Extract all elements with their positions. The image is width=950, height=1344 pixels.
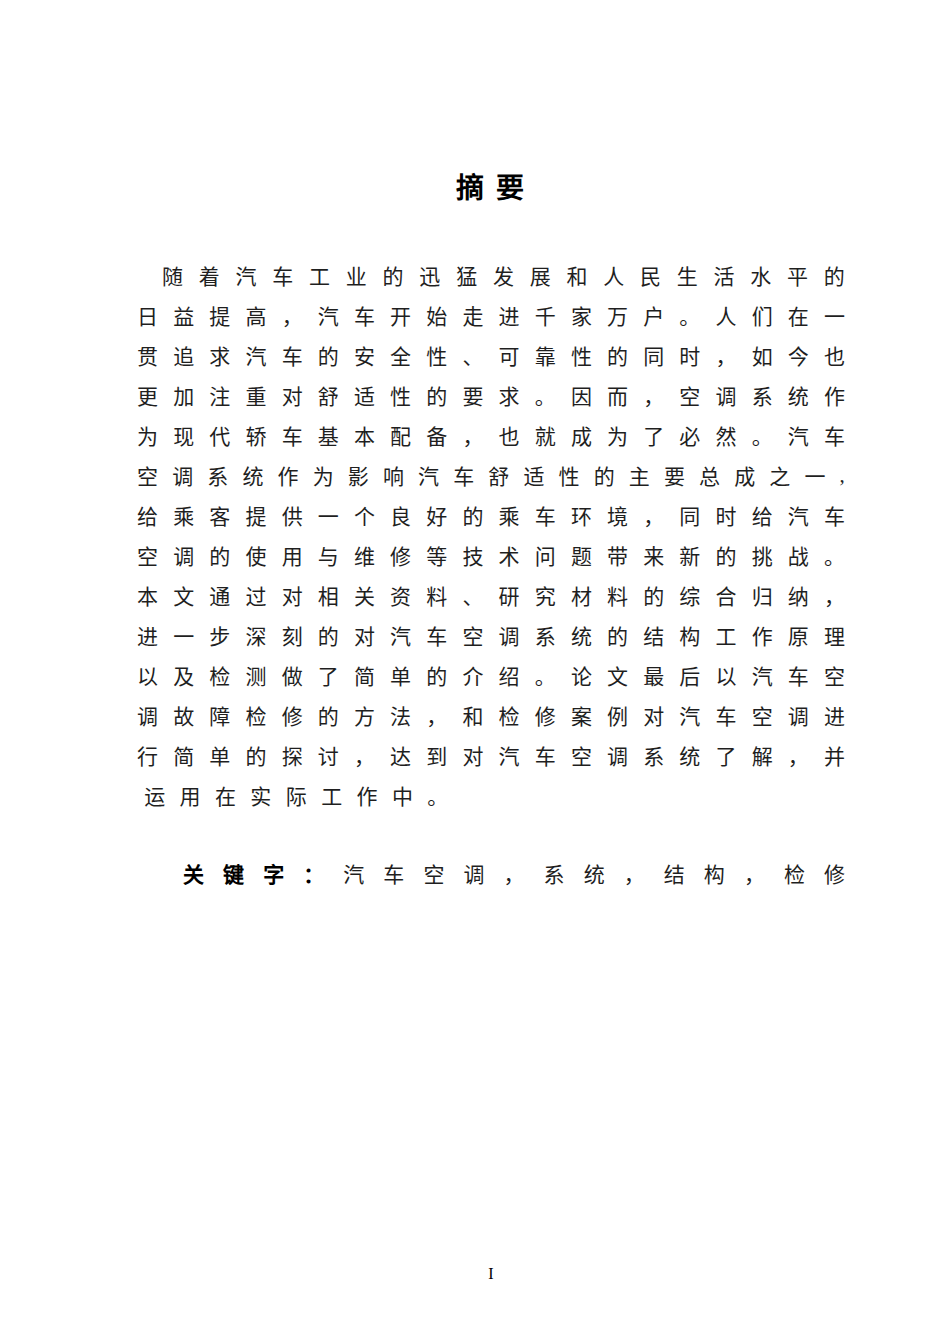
char: 步 (209, 620, 230, 650)
char: 车 (282, 340, 303, 370)
char: 和 (566, 260, 587, 290)
char: 修 (390, 540, 411, 570)
document-page: 摘 要 随着汽车工业的迅猛发展和人民生活水平的日益提高，汽车开始走进千家万户。人… (0, 0, 950, 1344)
char: 的 (318, 620, 339, 650)
char: 了 (318, 660, 339, 690)
char: ， (643, 500, 664, 530)
page-number: I (137, 1263, 845, 1285)
char: 系 (643, 740, 664, 770)
char: 用 (282, 540, 303, 570)
char: 的 (607, 620, 628, 650)
keywords-line: 关键字：汽车空调，系统，结构，检修 (137, 853, 845, 893)
char: 论 (571, 660, 592, 690)
char: 题 (571, 540, 592, 570)
char: 也 (499, 420, 520, 450)
char: 系 (207, 460, 228, 490)
char: 家 (571, 300, 592, 330)
char: 案 (571, 700, 592, 730)
char: 在 (788, 300, 809, 330)
char: 系 (544, 858, 565, 888)
char: 汽 (679, 700, 700, 730)
char: 舒 (488, 460, 509, 490)
char: 走 (462, 300, 483, 330)
char: 车 (453, 460, 474, 490)
char: 而 (607, 380, 628, 410)
char: 车 (535, 740, 556, 770)
char: 要 (664, 460, 685, 490)
char: 和 (462, 700, 483, 730)
char: 求 (209, 340, 230, 370)
abstract-line: 空调的使用与维修等技术问题带来新的挑战。 (137, 535, 845, 575)
char: 调 (137, 700, 158, 730)
char: 汽 (752, 660, 773, 690)
char: 材 (571, 580, 592, 610)
char: 进 (499, 300, 520, 330)
char: 的 (318, 340, 339, 370)
char: 好 (426, 500, 447, 530)
char: 料 (607, 580, 628, 610)
char: 靠 (535, 340, 556, 370)
char: 新 (679, 540, 700, 570)
char: 成 (571, 420, 592, 450)
char: 刻 (282, 620, 303, 650)
char: 的 (383, 260, 404, 290)
char: 、 (462, 340, 483, 370)
char: 检 (499, 700, 520, 730)
char: 究 (535, 580, 556, 610)
char: 文 (173, 580, 194, 610)
char: 调 (173, 540, 194, 570)
char: 可 (499, 340, 520, 370)
char: 全 (390, 340, 411, 370)
char: 性 (559, 460, 580, 490)
char: 在 (208, 780, 243, 810)
char: 为 (137, 420, 158, 450)
char: 统 (679, 740, 700, 770)
char: 更 (137, 380, 158, 410)
char: ， (824, 580, 845, 610)
char: 用 (172, 780, 207, 810)
char: 系 (535, 620, 556, 650)
char: 舒 (318, 380, 339, 410)
char: 键 (223, 858, 244, 888)
char: 境 (607, 500, 628, 530)
char: 中 (385, 780, 420, 810)
char: 代 (209, 420, 230, 450)
char: 就 (535, 420, 556, 450)
char: 检 (209, 660, 230, 690)
char: 调 (463, 858, 484, 888)
char: ， (282, 300, 303, 330)
char: 总 (699, 460, 720, 490)
char: 一 (173, 620, 194, 650)
char: 到 (426, 740, 447, 770)
char: 车 (272, 260, 293, 290)
char: 工 (314, 780, 349, 810)
page-title: 摘 要 (137, 172, 845, 206)
char: 展 (530, 260, 551, 290)
char: 作 (349, 780, 384, 810)
char: 来 (643, 540, 664, 570)
char: 。 (420, 780, 455, 810)
char: 贯 (137, 340, 158, 370)
abstract-line: 进一步深刻的对汽车空调系统的结构工作原理 (137, 615, 845, 655)
char: 系 (752, 380, 773, 410)
char: 对 (643, 700, 664, 730)
char: 资 (390, 580, 411, 610)
char: 的 (318, 700, 339, 730)
char: 车 (535, 500, 556, 530)
char: 备 (426, 420, 447, 450)
char: 汽 (390, 620, 411, 650)
char: 归 (752, 580, 773, 610)
char: 挑 (752, 540, 773, 570)
char: 合 (716, 580, 737, 610)
char: 检 (784, 858, 805, 888)
char: 单 (390, 660, 411, 690)
char: 单 (209, 740, 230, 770)
char: 生 (677, 260, 698, 290)
char: 车 (282, 420, 303, 450)
char: 必 (679, 420, 700, 450)
char: 业 (346, 260, 367, 290)
char: 轿 (245, 420, 266, 450)
char: 民 (640, 260, 661, 290)
char: 性 (571, 340, 592, 370)
char: 加 (173, 380, 194, 410)
char: 空 (571, 740, 592, 770)
char: 故 (173, 700, 194, 730)
char: 通 (209, 580, 230, 610)
char: 。 (679, 300, 700, 330)
char: 本 (354, 420, 375, 450)
char: 影 (348, 460, 369, 490)
char: 的 (426, 380, 447, 410)
char: 车 (824, 500, 845, 530)
char: 与 (318, 540, 339, 570)
char: 安 (354, 340, 375, 370)
char: 构 (704, 858, 725, 888)
char: 结 (664, 858, 685, 888)
char: 空 (824, 660, 845, 690)
char: ， (426, 700, 447, 730)
char: 千 (535, 300, 556, 330)
char: 过 (245, 580, 266, 610)
char: 关 (183, 858, 204, 888)
char: 。 (824, 540, 845, 570)
abstract-line: 随着汽车工业的迅猛发展和人民生活水平的 (137, 255, 845, 295)
char: 适 (523, 460, 544, 490)
char: 主 (629, 460, 650, 490)
char: 响 (383, 460, 404, 490)
char: 适 (354, 380, 375, 410)
char: 。 (535, 380, 556, 410)
char: 为 (313, 460, 334, 490)
char: 个 (354, 500, 375, 530)
char: 简 (173, 740, 194, 770)
char: 汽 (418, 460, 439, 490)
char: 给 (137, 500, 158, 530)
char: 求 (499, 380, 520, 410)
char: 测 (245, 660, 266, 690)
char: 万 (607, 300, 628, 330)
char: 基 (318, 420, 339, 450)
char: 修 (282, 700, 303, 730)
char: 。 (535, 660, 556, 690)
char: 行 (137, 740, 158, 770)
char: ， (788, 740, 809, 770)
abstract-line: 行简单的探讨，达到对汽车空调系统了解，并 (137, 735, 845, 775)
char: 为 (607, 420, 628, 450)
char: 调 (499, 620, 520, 650)
char: 技 (462, 540, 483, 570)
char: 如 (752, 340, 773, 370)
char: 深 (245, 620, 266, 650)
char: 调 (788, 700, 809, 730)
char: 给 (752, 500, 773, 530)
char: 对 (462, 740, 483, 770)
char: 提 (209, 300, 230, 330)
char: 字 (263, 858, 284, 888)
char: 汽 (318, 300, 339, 330)
char: 良 (390, 500, 411, 530)
char: 车 (426, 620, 447, 650)
char: 空 (679, 380, 700, 410)
abstract-line: 给乘客提供一个良好的乘车环境，同时给汽车 (137, 495, 845, 535)
char: 乘 (499, 500, 520, 530)
abstract-line: 贯追求汽车的安全性、可靠性的同时，如今也 (137, 335, 845, 375)
char: 检 (245, 700, 266, 730)
char: 维 (354, 540, 375, 570)
abstract-line: 以及检测做了简单的介绍。论文最后以汽车空 (137, 655, 845, 695)
char: 然 (716, 420, 737, 450)
char: 障 (209, 700, 230, 730)
char: 开 (390, 300, 411, 330)
char: 以 (716, 660, 737, 690)
char: , (840, 463, 845, 488)
char: 带 (607, 540, 628, 570)
char: 的 (462, 500, 483, 530)
abstract-line: 本文通过对相关资料、研究材料的综合归纳， (137, 575, 845, 615)
char: 们 (752, 300, 773, 330)
char: 作 (752, 620, 773, 650)
char: 的 (643, 580, 664, 610)
char: 汽 (788, 500, 809, 530)
char: 同 (643, 340, 664, 370)
char: 例 (607, 700, 628, 730)
char: 探 (282, 740, 303, 770)
char: 术 (499, 540, 520, 570)
char: 统 (571, 620, 592, 650)
char: 性 (390, 380, 411, 410)
char: 实 (243, 780, 278, 810)
char: 了 (643, 420, 664, 450)
char: 同 (679, 500, 700, 530)
char: 简 (354, 660, 375, 690)
char: 问 (535, 540, 556, 570)
char: 一 (824, 300, 845, 330)
char: 车 (788, 660, 809, 690)
char: 的 (594, 460, 615, 490)
char: 法 (390, 700, 411, 730)
char: 客 (209, 500, 230, 530)
char: 工 (309, 260, 330, 290)
char: 高 (245, 300, 266, 330)
char: ： (303, 858, 324, 888)
char: 要 (462, 380, 483, 410)
char: 平 (787, 260, 808, 290)
char: 对 (354, 620, 375, 650)
char: 关 (354, 580, 375, 610)
char: 以 (137, 660, 158, 690)
char: 综 (679, 580, 700, 610)
char: ， (744, 858, 765, 888)
char: 着 (199, 260, 220, 290)
char: 调 (716, 380, 737, 410)
char: 最 (643, 660, 664, 690)
abstract-line: 更加注重对舒适性的要求。因而，空调系统作 (137, 375, 845, 415)
char: 本 (137, 580, 158, 610)
char: 益 (173, 300, 194, 330)
abstract-line: 日益提高，汽车开始走进千家万户。人们在一 (137, 295, 845, 335)
char: 的 (716, 540, 737, 570)
char: 。 (752, 420, 773, 450)
char: 了 (716, 740, 737, 770)
char: 环 (571, 500, 592, 530)
char: ， (716, 340, 737, 370)
char: 构 (679, 620, 700, 650)
char: 作 (824, 380, 845, 410)
char: 际 (279, 780, 314, 810)
char: 乘 (173, 500, 194, 530)
char: 使 (245, 540, 266, 570)
char: 修 (824, 858, 845, 888)
char: 汽 (788, 420, 809, 450)
char: 成 (734, 460, 755, 490)
char: 户 (643, 300, 664, 330)
char: 作 (278, 460, 299, 490)
char: 介 (462, 660, 483, 690)
char: 做 (282, 660, 303, 690)
char: ， (624, 858, 645, 888)
abstract-body: 随着汽车工业的迅猛发展和人民生活水平的日益提高，汽车开始走进千家万户。人们在一贯… (137, 255, 845, 815)
char: 重 (245, 380, 266, 410)
char: 运 (137, 780, 172, 810)
char: 也 (824, 340, 845, 370)
char: 供 (282, 500, 303, 530)
char: 一 (318, 500, 339, 530)
char: 活 (713, 260, 734, 290)
char: 空 (423, 858, 444, 888)
char: 汽 (499, 740, 520, 770)
char: 达 (390, 740, 411, 770)
char: 因 (571, 380, 592, 410)
char: 工 (716, 620, 737, 650)
char: 性 (426, 340, 447, 370)
char: 研 (499, 580, 520, 610)
char: 一 (804, 460, 825, 490)
char: 文 (607, 660, 628, 690)
char: 车 (716, 700, 737, 730)
char: ， (643, 380, 664, 410)
char: 日 (137, 300, 158, 330)
char: 后 (679, 660, 700, 690)
abstract-line: 运用在实际工作中。 (137, 775, 845, 815)
char: 进 (137, 620, 158, 650)
char: 车 (383, 858, 404, 888)
char: 的 (245, 740, 266, 770)
char: 修 (535, 700, 556, 730)
char: 空 (137, 460, 158, 490)
char: 提 (245, 500, 266, 530)
char: 料 (426, 580, 447, 610)
char: 的 (824, 260, 845, 290)
char: 时 (679, 340, 700, 370)
char: 并 (824, 740, 845, 770)
char: 对 (282, 580, 303, 610)
char: 时 (716, 500, 737, 530)
char: 对 (282, 380, 303, 410)
char: 的 (426, 660, 447, 690)
char: 汽 (343, 858, 364, 888)
char: ， (354, 740, 375, 770)
abstract-line: 为现代轿车基本配备，也就成为了必然。汽车 (137, 415, 845, 455)
char: 统 (788, 380, 809, 410)
char: 猛 (456, 260, 477, 290)
abstract-line: 调故障检修的方法，和检修案例对汽车空调进 (137, 695, 845, 735)
char: 发 (493, 260, 514, 290)
char: 空 (137, 540, 158, 570)
char: 随 (162, 260, 183, 290)
char: 理 (824, 620, 845, 650)
char: 水 (750, 260, 771, 290)
char: 始 (426, 300, 447, 330)
char: 等 (426, 540, 447, 570)
char: 车 (824, 420, 845, 450)
char: 绍 (499, 660, 520, 690)
char: 原 (788, 620, 809, 650)
char: 调 (607, 740, 628, 770)
char: 现 (173, 420, 194, 450)
char: 统 (584, 858, 605, 888)
char: 之 (769, 460, 790, 490)
char: 今 (788, 340, 809, 370)
char: 进 (824, 700, 845, 730)
char: 注 (209, 380, 230, 410)
char: 汽 (245, 340, 266, 370)
char: 战 (788, 540, 809, 570)
abstract-line: 空调系统作为影响汽车舒适性的主要总成之一, (137, 455, 845, 495)
char: 汽 (236, 260, 257, 290)
char: 方 (354, 700, 375, 730)
char: 的 (607, 340, 628, 370)
char: 空 (462, 620, 483, 650)
char: 相 (318, 580, 339, 610)
char: 结 (643, 620, 664, 650)
char: ， (462, 420, 483, 450)
char: 人 (716, 300, 737, 330)
char: 配 (390, 420, 411, 450)
char: 解 (752, 740, 773, 770)
char: 纳 (788, 580, 809, 610)
char: 、 (462, 580, 483, 610)
char: 调 (172, 460, 193, 490)
char: 空 (752, 700, 773, 730)
char: 讨 (318, 740, 339, 770)
char: 及 (173, 660, 194, 690)
char: 统 (242, 460, 263, 490)
char: 追 (173, 340, 194, 370)
